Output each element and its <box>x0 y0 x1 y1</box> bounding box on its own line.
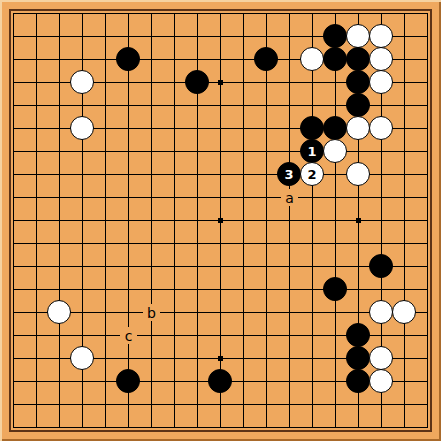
intersection <box>163 163 186 186</box>
intersection <box>393 393 416 416</box>
intersection <box>301 25 324 48</box>
intersection <box>255 25 278 48</box>
label-a: a <box>281 189 298 206</box>
intersection <box>209 71 232 94</box>
intersection <box>278 48 301 71</box>
intersection <box>393 347 416 370</box>
intersection <box>48 209 71 232</box>
intersection <box>416 347 439 370</box>
intersection <box>2 2 25 25</box>
intersection <box>140 2 163 25</box>
intersection <box>347 25 370 48</box>
intersection <box>416 186 439 209</box>
intersection <box>186 71 209 94</box>
intersection <box>278 301 301 324</box>
black-stone <box>369 254 393 278</box>
intersection <box>117 117 140 140</box>
black-stone <box>346 369 370 393</box>
intersection <box>232 163 255 186</box>
intersection <box>48 393 71 416</box>
intersection <box>416 416 439 439</box>
intersection <box>301 324 324 347</box>
intersection: 3 <box>278 163 301 186</box>
intersection <box>71 416 94 439</box>
intersection <box>186 301 209 324</box>
intersection <box>117 140 140 163</box>
intersection <box>255 393 278 416</box>
intersection: b <box>140 301 163 324</box>
intersection <box>232 186 255 209</box>
intersection <box>209 324 232 347</box>
intersection <box>324 25 347 48</box>
intersection <box>232 71 255 94</box>
intersection <box>209 48 232 71</box>
intersection <box>347 2 370 25</box>
intersection <box>370 25 393 48</box>
intersection <box>163 186 186 209</box>
intersection <box>186 255 209 278</box>
star-point <box>356 218 361 223</box>
intersection <box>117 209 140 232</box>
intersection <box>347 255 370 278</box>
intersection <box>324 209 347 232</box>
intersection <box>301 186 324 209</box>
intersection <box>232 232 255 255</box>
intersection <box>393 140 416 163</box>
intersection <box>94 255 117 278</box>
intersection <box>370 324 393 347</box>
intersection <box>25 324 48 347</box>
intersection <box>209 2 232 25</box>
intersection <box>48 370 71 393</box>
intersection <box>209 347 232 370</box>
intersection <box>416 25 439 48</box>
intersection <box>186 209 209 232</box>
intersection <box>278 232 301 255</box>
intersection <box>393 163 416 186</box>
intersection <box>232 117 255 140</box>
intersection <box>94 117 117 140</box>
intersection <box>324 324 347 347</box>
intersection <box>2 393 25 416</box>
intersection <box>48 140 71 163</box>
black-stone <box>323 277 347 301</box>
intersection <box>163 71 186 94</box>
intersection <box>163 117 186 140</box>
intersection <box>140 71 163 94</box>
intersection <box>301 393 324 416</box>
intersection <box>140 94 163 117</box>
intersection <box>25 347 48 370</box>
black-stone <box>323 24 347 48</box>
star-point <box>218 356 223 361</box>
intersection <box>186 140 209 163</box>
intersection <box>393 324 416 347</box>
intersection <box>71 370 94 393</box>
intersection <box>140 186 163 209</box>
intersection <box>117 71 140 94</box>
black-stone <box>323 47 347 71</box>
intersection <box>393 71 416 94</box>
intersection <box>163 301 186 324</box>
intersection <box>2 94 25 117</box>
white-stone <box>323 139 347 163</box>
intersection <box>25 94 48 117</box>
intersection <box>209 301 232 324</box>
intersection <box>25 186 48 209</box>
intersection <box>48 347 71 370</box>
intersection <box>48 301 71 324</box>
intersection <box>232 278 255 301</box>
intersection <box>48 163 71 186</box>
intersection <box>347 301 370 324</box>
intersection <box>117 163 140 186</box>
intersection <box>232 347 255 370</box>
intersection <box>25 163 48 186</box>
intersection <box>278 2 301 25</box>
intersection <box>71 186 94 209</box>
intersection <box>301 209 324 232</box>
intersection <box>25 117 48 140</box>
intersection <box>301 117 324 140</box>
intersection: 2 <box>301 163 324 186</box>
black-stone <box>185 70 209 94</box>
intersection <box>48 232 71 255</box>
intersection <box>71 393 94 416</box>
intersection <box>2 48 25 71</box>
intersection <box>140 324 163 347</box>
go-diagram: 132abc <box>0 0 441 441</box>
intersection <box>278 71 301 94</box>
intersection <box>186 163 209 186</box>
intersection <box>416 209 439 232</box>
intersection <box>209 186 232 209</box>
intersection <box>2 186 25 209</box>
intersection <box>94 209 117 232</box>
intersection <box>209 25 232 48</box>
intersection <box>25 278 48 301</box>
intersection <box>416 278 439 301</box>
intersection <box>232 48 255 71</box>
intersection <box>416 48 439 71</box>
intersection <box>347 324 370 347</box>
intersection <box>163 347 186 370</box>
white-stone <box>369 116 393 140</box>
intersection <box>324 140 347 163</box>
intersection <box>94 71 117 94</box>
intersection <box>324 255 347 278</box>
intersection <box>347 232 370 255</box>
board-grid: 132abc <box>2 2 439 439</box>
label-b: b <box>143 304 160 321</box>
intersection <box>209 416 232 439</box>
intersection <box>416 163 439 186</box>
intersection <box>2 140 25 163</box>
intersection <box>255 232 278 255</box>
white-stone <box>300 47 324 71</box>
intersection <box>2 117 25 140</box>
intersection <box>347 278 370 301</box>
intersection <box>2 232 25 255</box>
intersection <box>416 324 439 347</box>
intersection <box>278 393 301 416</box>
intersection <box>347 347 370 370</box>
intersection <box>2 347 25 370</box>
intersection <box>370 140 393 163</box>
intersection <box>71 140 94 163</box>
intersection <box>163 255 186 278</box>
intersection <box>255 71 278 94</box>
intersection <box>186 48 209 71</box>
intersection <box>71 255 94 278</box>
intersection <box>324 301 347 324</box>
white-stone <box>369 369 393 393</box>
intersection <box>117 94 140 117</box>
intersection <box>186 278 209 301</box>
intersection <box>2 370 25 393</box>
white-stone <box>369 300 393 324</box>
intersection <box>117 186 140 209</box>
intersection <box>255 278 278 301</box>
white-stone <box>47 300 71 324</box>
white-stone <box>369 24 393 48</box>
intersection <box>71 347 94 370</box>
black-stone <box>208 369 232 393</box>
intersection <box>117 48 140 71</box>
intersection <box>232 255 255 278</box>
intersection <box>117 255 140 278</box>
intersection <box>255 209 278 232</box>
intersection <box>347 370 370 393</box>
intersection <box>416 255 439 278</box>
intersection <box>71 71 94 94</box>
intersection <box>117 370 140 393</box>
intersection <box>416 140 439 163</box>
intersection <box>186 25 209 48</box>
intersection <box>140 370 163 393</box>
black-stone <box>300 116 324 140</box>
intersection: a <box>278 186 301 209</box>
intersection <box>301 416 324 439</box>
intersection <box>232 416 255 439</box>
white-stone-move-2: 2 <box>300 162 324 186</box>
intersection <box>209 255 232 278</box>
intersection <box>94 301 117 324</box>
intersection <box>324 393 347 416</box>
intersection <box>117 393 140 416</box>
intersection <box>117 416 140 439</box>
intersection <box>209 370 232 393</box>
intersection <box>186 186 209 209</box>
intersection <box>163 232 186 255</box>
black-stone-move-3: 3 <box>277 162 301 186</box>
intersection <box>416 301 439 324</box>
intersection <box>301 2 324 25</box>
intersection <box>347 416 370 439</box>
intersection <box>278 347 301 370</box>
intersection <box>209 232 232 255</box>
intersection <box>186 324 209 347</box>
white-stone <box>346 116 370 140</box>
intersection <box>140 278 163 301</box>
black-stone <box>346 346 370 370</box>
intersection <box>117 301 140 324</box>
black-stone-move-1: 1 <box>300 139 324 163</box>
intersection <box>370 186 393 209</box>
intersection <box>255 94 278 117</box>
intersection <box>416 117 439 140</box>
black-stone <box>346 70 370 94</box>
intersection <box>370 2 393 25</box>
black-stone <box>116 47 140 71</box>
intersection <box>324 48 347 71</box>
intersection <box>255 347 278 370</box>
intersection <box>25 48 48 71</box>
intersection <box>94 370 117 393</box>
black-stone <box>346 323 370 347</box>
intersection <box>324 370 347 393</box>
intersection <box>163 416 186 439</box>
intersection <box>370 255 393 278</box>
intersection <box>324 117 347 140</box>
intersection <box>94 324 117 347</box>
intersection <box>370 209 393 232</box>
intersection <box>324 416 347 439</box>
intersection <box>186 232 209 255</box>
intersection <box>94 48 117 71</box>
intersection <box>71 163 94 186</box>
intersection <box>393 370 416 393</box>
intersection <box>278 416 301 439</box>
intersection <box>347 393 370 416</box>
intersection <box>347 48 370 71</box>
intersection <box>324 347 347 370</box>
intersection <box>2 71 25 94</box>
intersection <box>209 163 232 186</box>
intersection <box>393 94 416 117</box>
intersection <box>140 25 163 48</box>
intersection <box>48 255 71 278</box>
intersection <box>255 140 278 163</box>
intersection <box>2 278 25 301</box>
intersection <box>301 48 324 71</box>
intersection <box>347 163 370 186</box>
intersection <box>48 324 71 347</box>
intersection <box>393 2 416 25</box>
intersection <box>370 117 393 140</box>
intersection: 1 <box>301 140 324 163</box>
intersection <box>301 278 324 301</box>
intersection <box>163 140 186 163</box>
white-stone <box>346 162 370 186</box>
intersection <box>232 370 255 393</box>
intersection <box>393 209 416 232</box>
intersection <box>71 324 94 347</box>
intersection <box>48 71 71 94</box>
intersection <box>232 2 255 25</box>
intersection <box>232 324 255 347</box>
intersection <box>347 117 370 140</box>
intersection <box>163 25 186 48</box>
intersection <box>94 140 117 163</box>
intersection <box>232 393 255 416</box>
intersection <box>94 94 117 117</box>
intersection <box>278 255 301 278</box>
intersection <box>278 94 301 117</box>
intersection <box>163 324 186 347</box>
intersection <box>301 301 324 324</box>
intersection <box>117 232 140 255</box>
intersection <box>94 347 117 370</box>
intersection <box>301 347 324 370</box>
intersection <box>71 117 94 140</box>
intersection <box>25 255 48 278</box>
intersection <box>25 393 48 416</box>
intersection <box>255 416 278 439</box>
white-stone <box>70 70 94 94</box>
intersection <box>186 2 209 25</box>
intersection <box>370 94 393 117</box>
intersection <box>2 209 25 232</box>
intersection <box>416 232 439 255</box>
white-stone <box>369 70 393 94</box>
intersection <box>370 48 393 71</box>
white-stone <box>70 116 94 140</box>
intersection <box>393 416 416 439</box>
intersection <box>163 393 186 416</box>
intersection <box>347 94 370 117</box>
intersection <box>94 2 117 25</box>
intersection <box>48 416 71 439</box>
intersection <box>163 48 186 71</box>
white-stone <box>369 346 393 370</box>
intersection <box>25 25 48 48</box>
intersection <box>232 301 255 324</box>
intersection <box>71 25 94 48</box>
intersection <box>25 232 48 255</box>
intersection <box>416 94 439 117</box>
intersection <box>393 117 416 140</box>
intersection <box>25 2 48 25</box>
intersection <box>94 186 117 209</box>
star-point <box>218 218 223 223</box>
black-stone <box>346 47 370 71</box>
intersection <box>163 278 186 301</box>
intersection <box>255 255 278 278</box>
intersection <box>370 278 393 301</box>
intersection <box>71 301 94 324</box>
intersection <box>94 232 117 255</box>
intersection <box>94 163 117 186</box>
intersection <box>278 117 301 140</box>
intersection <box>301 94 324 117</box>
intersection <box>255 117 278 140</box>
white-stone <box>346 24 370 48</box>
intersection <box>324 71 347 94</box>
intersection <box>48 25 71 48</box>
label-c: c <box>120 327 137 344</box>
intersection <box>278 25 301 48</box>
intersection <box>186 347 209 370</box>
intersection <box>71 48 94 71</box>
intersection <box>370 393 393 416</box>
intersection <box>416 2 439 25</box>
intersection <box>71 2 94 25</box>
intersection <box>209 117 232 140</box>
intersection <box>25 370 48 393</box>
intersection <box>48 48 71 71</box>
intersection <box>393 278 416 301</box>
